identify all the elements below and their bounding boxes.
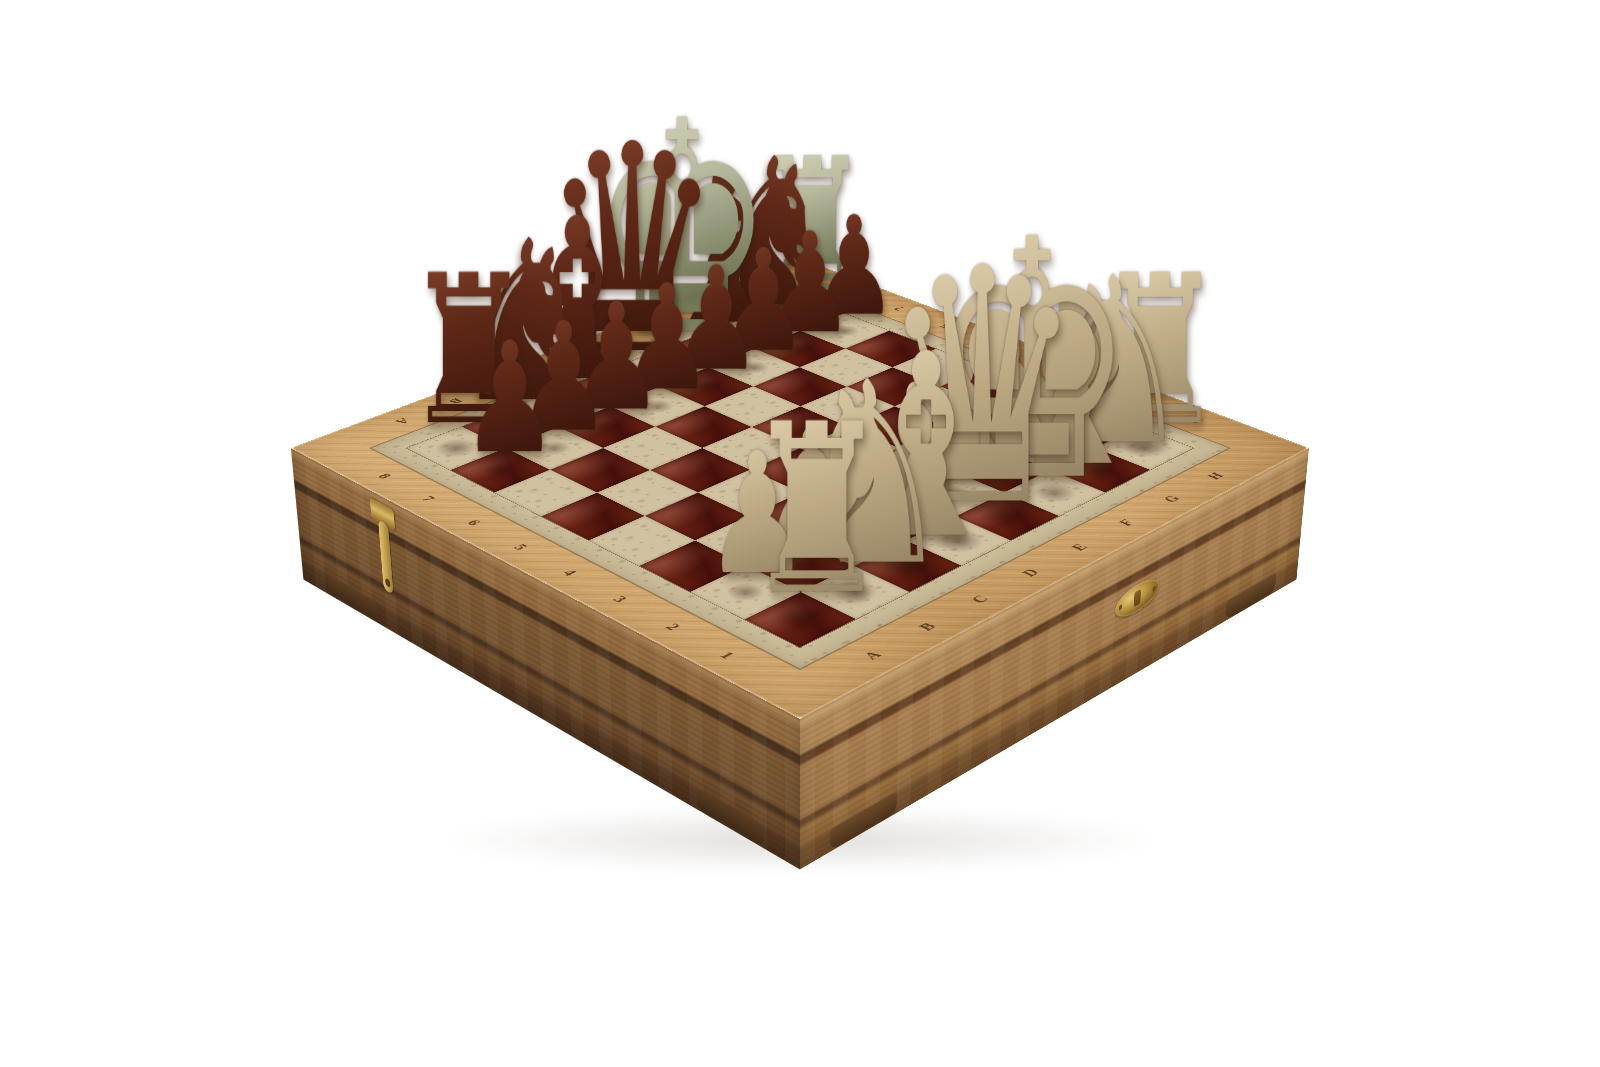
latch-screw bbox=[1152, 586, 1156, 592]
rank-label-left-5: 5 bbox=[509, 542, 532, 552]
product-photo-scene: ♜♞♝♛♚♝♞♜♟♟♟♟♟♟♟♟♟♟♟♟♟♟♟♟♜♞♝♛♚♝♞♜ AABBCCD… bbox=[0, 0, 1600, 1067]
box-foot bbox=[1225, 572, 1277, 620]
rank-label-left-4: 4 bbox=[558, 568, 581, 579]
box-foot bbox=[327, 574, 379, 622]
piece-white-rook-a1[interactable]: ♜ bbox=[697, 393, 937, 627]
chess-box: ♜♞♝♛♚♝♞♜♟♟♟♟♟♟♟♟♟♟♟♟♟♟♟♟♜♞♝♛♚♝♞♜ AABBCCD… bbox=[291, 258, 1309, 719]
file-label-near-A: A bbox=[860, 649, 887, 663]
rank-label-left-7: 7 bbox=[417, 494, 439, 504]
rank-label-left-6: 6 bbox=[462, 518, 484, 528]
oval-turn-latch bbox=[1115, 572, 1160, 624]
hook-clasp-latch bbox=[367, 496, 403, 606]
rank-label-left-3: 3 bbox=[608, 594, 631, 605]
latch-screw bbox=[1119, 604, 1123, 611]
rank-label-left-1: 1 bbox=[715, 650, 739, 662]
latch-knob bbox=[1134, 589, 1142, 607]
piece-black-pawn-a7[interactable]: ♟ bbox=[403, 322, 617, 475]
rank-label-left-2: 2 bbox=[661, 621, 684, 633]
rank-label-left-8: 8 bbox=[373, 472, 395, 481]
